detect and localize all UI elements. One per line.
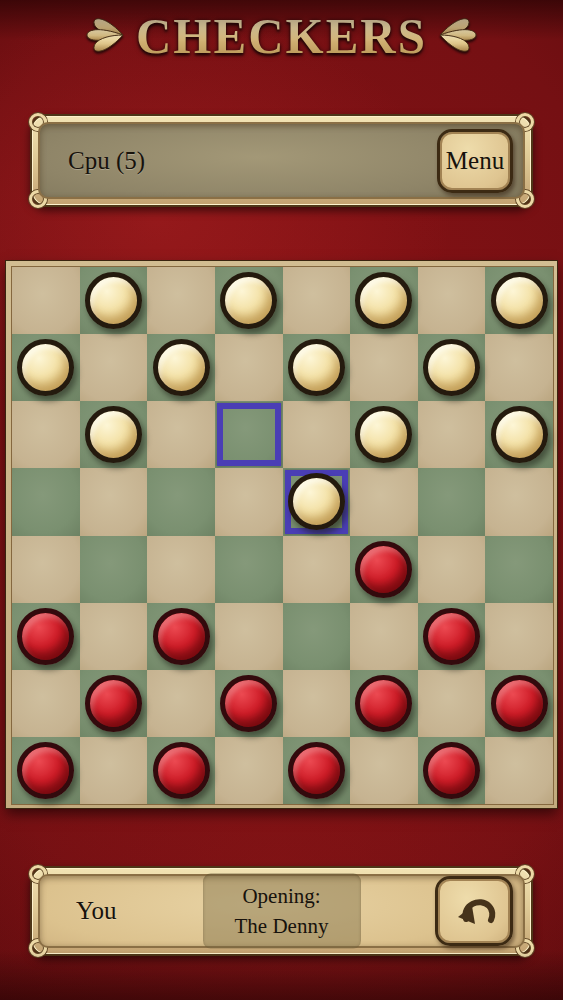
board-square[interactable] xyxy=(147,670,215,737)
board-square[interactable] xyxy=(418,267,486,334)
cpu-status-panel: Cpu (5) Menu xyxy=(30,114,533,207)
red-piece[interactable] xyxy=(423,742,480,799)
board-grid xyxy=(11,266,554,805)
board-square[interactable] xyxy=(80,401,148,468)
board-square[interactable] xyxy=(418,334,486,401)
red-piece[interactable] xyxy=(85,675,142,732)
board-square[interactable] xyxy=(350,603,418,670)
board-square[interactable] xyxy=(350,267,418,334)
cpu-player-label: Cpu (5) xyxy=(68,147,145,175)
yellow-piece[interactable] xyxy=(288,473,345,530)
board-square[interactable] xyxy=(350,401,418,468)
app-title: CHECKERS xyxy=(136,5,427,65)
board-square[interactable] xyxy=(147,536,215,603)
board-square[interactable] xyxy=(147,267,215,334)
yellow-piece[interactable] xyxy=(355,272,412,329)
yellow-piece[interactable] xyxy=(491,406,548,463)
title-ornament-left-icon xyxy=(86,12,126,58)
board-square[interactable] xyxy=(418,737,486,804)
board-square[interactable] xyxy=(215,603,283,670)
board-square[interactable] xyxy=(485,737,553,804)
red-piece[interactable] xyxy=(288,742,345,799)
board-square[interactable] xyxy=(215,334,283,401)
human-player-label: You xyxy=(76,897,117,925)
board-square[interactable] xyxy=(80,603,148,670)
board-square[interactable] xyxy=(147,334,215,401)
board-square[interactable] xyxy=(418,468,486,535)
board-square[interactable] xyxy=(350,670,418,737)
board-square[interactable] xyxy=(485,603,553,670)
board-square[interactable] xyxy=(215,401,283,468)
board-square[interactable] xyxy=(350,334,418,401)
red-piece[interactable] xyxy=(220,675,277,732)
yellow-piece[interactable] xyxy=(423,339,480,396)
undo-arrow-icon xyxy=(452,892,496,930)
red-piece[interactable] xyxy=(153,608,210,665)
yellow-piece[interactable] xyxy=(220,272,277,329)
board-square[interactable] xyxy=(215,737,283,804)
board-square[interactable] xyxy=(12,468,80,535)
board-square[interactable] xyxy=(215,670,283,737)
board-square[interactable] xyxy=(147,468,215,535)
undo-button[interactable] xyxy=(435,876,513,946)
yellow-piece[interactable] xyxy=(355,406,412,463)
opening-name-badge: Opening: The Denny xyxy=(203,874,361,949)
board-square[interactable] xyxy=(12,737,80,804)
board-square[interactable] xyxy=(12,401,80,468)
board-square[interactable] xyxy=(350,536,418,603)
board-square[interactable] xyxy=(418,603,486,670)
title-ornament-right-icon xyxy=(437,12,477,58)
board-square[interactable] xyxy=(485,536,553,603)
board-square[interactable] xyxy=(283,401,351,468)
board-square[interactable] xyxy=(485,670,553,737)
board-square[interactable] xyxy=(283,334,351,401)
yellow-piece[interactable] xyxy=(153,339,210,396)
board-square[interactable] xyxy=(12,334,80,401)
title-bar: CHECKERS xyxy=(0,2,563,68)
board-square[interactable] xyxy=(80,737,148,804)
red-piece[interactable] xyxy=(423,608,480,665)
board-square[interactable] xyxy=(215,468,283,535)
board-square[interactable] xyxy=(12,670,80,737)
board-square[interactable] xyxy=(215,536,283,603)
player-status-panel: You Opening: The Denny xyxy=(30,866,533,956)
yellow-piece[interactable] xyxy=(17,339,74,396)
red-piece[interactable] xyxy=(17,742,74,799)
board-square[interactable] xyxy=(12,536,80,603)
red-piece[interactable] xyxy=(355,541,412,598)
board-square[interactable] xyxy=(485,401,553,468)
board-square[interactable] xyxy=(283,536,351,603)
board-square[interactable] xyxy=(80,267,148,334)
board-square[interactable] xyxy=(418,401,486,468)
board-square[interactable] xyxy=(485,267,553,334)
board-square[interactable] xyxy=(418,536,486,603)
red-piece[interactable] xyxy=(17,608,74,665)
opening-name: The Denny xyxy=(215,911,349,941)
board-square[interactable] xyxy=(283,603,351,670)
opening-label: Opening: xyxy=(215,881,349,911)
board-square[interactable] xyxy=(283,737,351,804)
board-square[interactable] xyxy=(147,737,215,804)
yellow-piece[interactable] xyxy=(85,406,142,463)
red-piece[interactable] xyxy=(355,675,412,732)
board-square[interactable] xyxy=(80,536,148,603)
board-square[interactable] xyxy=(283,468,351,535)
red-piece[interactable] xyxy=(491,675,548,732)
board-square[interactable] xyxy=(12,267,80,334)
board-square[interactable] xyxy=(485,334,553,401)
board-square[interactable] xyxy=(80,468,148,535)
yellow-piece[interactable] xyxy=(491,272,548,329)
board-square[interactable] xyxy=(147,603,215,670)
board-square[interactable] xyxy=(350,737,418,804)
board-square[interactable] xyxy=(283,267,351,334)
checkers-board xyxy=(6,261,557,808)
board-square[interactable] xyxy=(80,670,148,737)
yellow-piece[interactable] xyxy=(85,272,142,329)
board-square[interactable] xyxy=(12,603,80,670)
board-square[interactable] xyxy=(147,401,215,468)
yellow-piece[interactable] xyxy=(288,339,345,396)
board-square[interactable] xyxy=(350,468,418,535)
menu-button-label: Menu xyxy=(446,147,504,175)
menu-button[interactable]: Menu xyxy=(437,129,513,193)
board-square[interactable] xyxy=(485,468,553,535)
board-square[interactable] xyxy=(215,267,283,334)
board-square[interactable] xyxy=(418,670,486,737)
board-square[interactable] xyxy=(80,334,148,401)
board-square[interactable] xyxy=(283,670,351,737)
red-piece[interactable] xyxy=(153,742,210,799)
